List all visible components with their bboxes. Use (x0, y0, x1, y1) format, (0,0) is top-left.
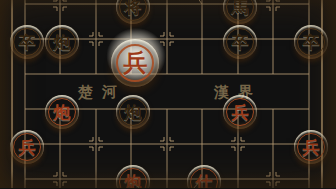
piece-black-soldier[interactable]: 卒 (294, 25, 328, 59)
piece-red-soldier[interactable]: 兵 (111, 39, 159, 87)
piece-character: 炮 (54, 104, 71, 121)
piece-character: 兵 (123, 51, 147, 75)
piece-character: 炮 (54, 34, 71, 51)
piece-black-cannon[interactable]: 炮 (116, 95, 150, 129)
piece-black-soldier[interactable]: 卒 (10, 25, 44, 59)
piece-character: 馬 (232, 0, 249, 16)
piece-character: 卒 (19, 34, 36, 51)
piece-character: 卒 (232, 34, 249, 51)
piece-red-soldier[interactable]: 兵 (223, 95, 257, 129)
piece-character: 炮 (125, 174, 142, 189)
piece-black-soldier[interactable]: 卒 (223, 25, 257, 59)
piece-character: 仕 (196, 174, 213, 189)
piece-red-cannon[interactable]: 炮 (45, 95, 79, 129)
piece-character: 兵 (19, 139, 36, 156)
xiangqi-board[interactable]: 楚河 漢界 将馬卒炮卒卒炮兵炮兵兵兵炮仕 (0, 0, 336, 188)
piece-black-cannon[interactable]: 炮 (45, 25, 79, 59)
piece-character: 炮 (125, 104, 142, 121)
piece-character: 兵 (303, 139, 320, 156)
river-label-chu-he: 楚河 (78, 84, 126, 102)
piece-red-soldier[interactable]: 兵 (10, 130, 44, 164)
piece-red-soldier[interactable]: 兵 (294, 130, 328, 164)
piece-character: 兵 (232, 104, 249, 121)
piece-character: 将 (125, 0, 142, 16)
piece-character: 卒 (303, 34, 320, 51)
